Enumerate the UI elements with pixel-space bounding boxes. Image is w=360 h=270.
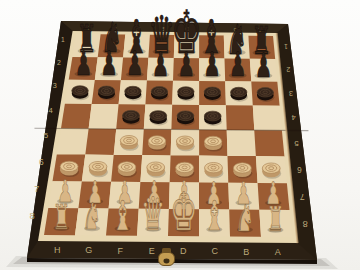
chess-piece-light-king-d8: ♚	[170, 181, 197, 242]
checkers-disc-light-h6	[60, 161, 78, 171]
chess-piece-light-bishop-f8: ♝	[112, 192, 133, 240]
latch-hole	[164, 259, 170, 264]
checkers-disc-light-c5	[204, 136, 221, 146]
chess-piece-dark-pawn-b2: ♟	[229, 45, 247, 84]
checkers-disc-light-d5	[176, 136, 193, 146]
checkers-disc-light-f6	[118, 162, 136, 172]
rank-label-left-1: 1	[61, 36, 65, 43]
square-a5	[254, 130, 284, 156]
file-label-near-D: D	[180, 246, 187, 256]
square-g4	[89, 104, 119, 129]
rank-label-left-3: 3	[53, 81, 57, 90]
rank-label-left-6: 6	[39, 157, 44, 167]
checkers-disc-light-f5	[120, 136, 137, 146]
square-g5	[85, 129, 116, 155]
square-b5	[227, 130, 256, 156]
file-label-near-F: F	[118, 246, 124, 256]
file-label-near-H: H	[54, 245, 61, 255]
square-h4	[61, 104, 92, 129]
chess-piece-light-knight-g8: ♞	[82, 195, 101, 238]
file-label-near-A: A	[275, 247, 281, 257]
chess-board-photo: HHGGFFEEDDCCBBAA1122334455667788♜♞♝♛♚♝♞♜…	[0, 0, 360, 270]
chess-piece-dark-pawn-f2: ♟	[126, 44, 144, 83]
chess-piece-light-rook-a8: ♜	[266, 199, 284, 239]
rank-label-right-4: 4	[291, 113, 296, 122]
file-label-near-E: E	[149, 246, 155, 256]
rank-label-left-5: 5	[44, 131, 49, 140]
chess-piece-dark-pawn-c2: ♟	[203, 44, 221, 83]
chess-piece-light-rook-h8: ♜	[52, 197, 70, 237]
rank-label-right-2: 2	[286, 66, 290, 73]
file-label-near-G: G	[85, 245, 92, 255]
chess-piece-dark-pawn-g2: ♟	[100, 43, 118, 82]
chess-piece-dark-pawn-h2: ♟	[75, 43, 93, 82]
rank-label-left-7: 7	[34, 184, 39, 194]
rank-label-right-1: 1	[284, 43, 288, 50]
file-label-near-B: B	[243, 247, 249, 257]
rank-label-right-3: 3	[289, 89, 293, 98]
checkers-disc-light-a6	[262, 163, 280, 173]
chess-piece-dark-pawn-d2: ♟	[177, 44, 195, 83]
rank-label-left-8: 8	[29, 211, 34, 221]
checkers-disc-light-d6	[176, 162, 194, 172]
checkers-disc-light-g6	[89, 161, 107, 171]
rank-label-right-8: 8	[303, 219, 308, 229]
chess-piece-dark-pawn-e2: ♟	[152, 44, 170, 83]
chess-piece-light-bishop-c8: ♝	[204, 192, 225, 240]
chess-piece-light-knight-b8: ♞	[235, 196, 254, 239]
rank-label-right-7: 7	[300, 192, 305, 202]
file-label-near-C: C	[211, 246, 218, 256]
square-h5	[57, 129, 89, 155]
checkers-disc-light-b6	[233, 163, 251, 173]
square-a4	[253, 106, 282, 131]
checkers-disc-light-e6	[147, 162, 165, 172]
checkers-disc-light-e5	[148, 136, 165, 146]
square-b4	[226, 105, 254, 130]
checkers-disc-light-c6	[205, 162, 223, 172]
chess-piece-dark-pawn-a2: ♟	[255, 45, 273, 84]
chess-piece-light-queen-e8: ♛	[141, 187, 165, 241]
product-photo-scene: HHGGFFEEDDCCBBAA1122334455667788♜♞♝♛♚♝♞♜…	[0, 0, 360, 270]
rank-label-right-5: 5	[294, 139, 299, 148]
rank-label-right-6: 6	[297, 165, 302, 175]
rank-label-left-2: 2	[57, 59, 61, 66]
